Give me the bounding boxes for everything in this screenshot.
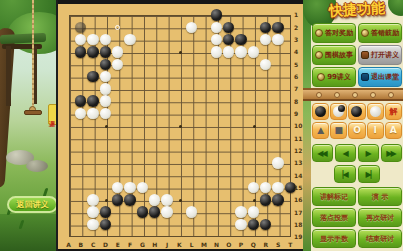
board-point[interactable] bbox=[62, 181, 74, 193]
board-point[interactable] bbox=[75, 194, 87, 206]
board-point[interactable] bbox=[161, 83, 173, 95]
board-point[interactable] bbox=[75, 9, 87, 21]
board-point[interactable] bbox=[272, 83, 284, 95]
board-point[interactable] bbox=[198, 206, 210, 218]
board-point[interactable] bbox=[87, 120, 99, 132]
board-point[interactable] bbox=[136, 132, 148, 144]
board-point[interactable] bbox=[136, 120, 148, 132]
board-point[interactable] bbox=[235, 169, 247, 181]
board-point[interactable] bbox=[124, 9, 136, 21]
board-point[interactable] bbox=[149, 120, 161, 132]
board-point[interactable] bbox=[87, 58, 99, 70]
board-point[interactable] bbox=[247, 169, 259, 181]
board-point[interactable] bbox=[198, 46, 210, 58]
board-point[interactable] bbox=[99, 169, 111, 181]
board-point[interactable] bbox=[87, 21, 99, 33]
board-point[interactable] bbox=[272, 120, 284, 132]
board-point[interactable] bbox=[62, 169, 74, 181]
board-point[interactable] bbox=[75, 70, 87, 82]
board-point[interactable] bbox=[235, 218, 247, 230]
board-point[interactable] bbox=[210, 58, 222, 70]
board-point[interactable] bbox=[124, 218, 136, 230]
board-point[interactable] bbox=[62, 144, 74, 156]
board-point[interactable] bbox=[223, 218, 235, 230]
board-point[interactable] bbox=[198, 58, 210, 70]
board-point[interactable] bbox=[112, 107, 124, 119]
board-point[interactable] bbox=[136, 21, 148, 33]
board-point[interactable] bbox=[99, 70, 111, 82]
board-point[interactable] bbox=[149, 194, 161, 206]
board-point[interactable] bbox=[223, 21, 235, 33]
board-point[interactable] bbox=[247, 181, 259, 193]
board-point[interactable] bbox=[99, 9, 111, 21]
board-point[interactable] bbox=[173, 95, 185, 107]
board-point[interactable] bbox=[235, 33, 247, 45]
return-to-handout-button[interactable]: 返回讲义 bbox=[7, 196, 58, 213]
board-point[interactable] bbox=[62, 58, 74, 70]
board-point[interactable] bbox=[173, 21, 185, 33]
board-point[interactable] bbox=[223, 169, 235, 181]
board-point[interactable] bbox=[186, 218, 198, 230]
board-point[interactable] bbox=[210, 132, 222, 144]
board-point[interactable] bbox=[173, 83, 185, 95]
board-point[interactable] bbox=[161, 33, 173, 45]
board-point[interactable] bbox=[75, 169, 87, 181]
board-point[interactable] bbox=[75, 58, 87, 70]
board-point[interactable] bbox=[173, 157, 185, 169]
board-point[interactable] bbox=[260, 169, 272, 181]
board-point[interactable] bbox=[136, 144, 148, 156]
nav-button[interactable]: ◀ bbox=[335, 144, 356, 162]
答对奖励-button[interactable]: 答对奖励 bbox=[312, 23, 356, 43]
board-point[interactable] bbox=[223, 33, 235, 45]
board-point[interactable] bbox=[173, 58, 185, 70]
board-point[interactable] bbox=[260, 21, 272, 33]
board-point[interactable] bbox=[62, 33, 74, 45]
board-point[interactable] bbox=[149, 181, 161, 193]
board-point[interactable] bbox=[112, 70, 124, 82]
board-point[interactable] bbox=[87, 218, 99, 230]
board-point[interactable] bbox=[124, 157, 136, 169]
board-point[interactable] bbox=[210, 206, 222, 218]
board-point[interactable] bbox=[173, 169, 185, 181]
board-point[interactable] bbox=[75, 46, 87, 58]
board-point[interactable] bbox=[99, 144, 111, 156]
board-point[interactable] bbox=[124, 132, 136, 144]
board-point[interactable] bbox=[124, 144, 136, 156]
board-point[interactable] bbox=[136, 206, 148, 218]
board-point[interactable] bbox=[124, 58, 136, 70]
board-point[interactable] bbox=[62, 194, 74, 206]
board-point[interactable] bbox=[161, 95, 173, 107]
board-point[interactable] bbox=[247, 132, 259, 144]
board-point[interactable] bbox=[149, 70, 161, 82]
board-point[interactable] bbox=[149, 33, 161, 45]
board-point[interactable] bbox=[186, 33, 198, 45]
board-point[interactable] bbox=[87, 46, 99, 58]
board-point[interactable] bbox=[124, 169, 136, 181]
board-point[interactable] bbox=[210, 21, 222, 33]
board-point[interactable] bbox=[87, 132, 99, 144]
board-point[interactable] bbox=[210, 70, 222, 82]
打开讲义-button[interactable]: 打开讲义 bbox=[358, 45, 402, 65]
board-point[interactable] bbox=[161, 132, 173, 144]
board-point[interactable] bbox=[124, 33, 136, 45]
board-point[interactable] bbox=[62, 120, 74, 132]
board-point[interactable] bbox=[136, 157, 148, 169]
board-point[interactable] bbox=[112, 21, 124, 33]
board-point[interactable] bbox=[173, 46, 185, 58]
board-point[interactable] bbox=[272, 9, 284, 21]
board-point[interactable] bbox=[136, 9, 148, 21]
board-point[interactable] bbox=[161, 144, 173, 156]
board-point[interactable] bbox=[75, 132, 87, 144]
board-point[interactable] bbox=[272, 107, 284, 119]
board-point[interactable] bbox=[260, 218, 272, 230]
board-point[interactable] bbox=[87, 70, 99, 82]
board-point[interactable] bbox=[186, 9, 198, 21]
board-point[interactable] bbox=[161, 70, 173, 82]
board-point[interactable] bbox=[235, 194, 247, 206]
board-point[interactable] bbox=[149, 95, 161, 107]
board-point[interactable] bbox=[198, 33, 210, 45]
board-point[interactable] bbox=[223, 206, 235, 218]
退出课堂-button[interactable]: 退出课堂 bbox=[358, 67, 402, 87]
board-point[interactable] bbox=[136, 107, 148, 119]
board-point[interactable] bbox=[198, 181, 210, 193]
board-point[interactable] bbox=[272, 144, 284, 156]
board-point[interactable] bbox=[272, 169, 284, 181]
board-point[interactable] bbox=[260, 9, 272, 21]
board-point[interactable] bbox=[124, 70, 136, 82]
board-point[interactable] bbox=[210, 144, 222, 156]
board-point[interactable] bbox=[136, 33, 148, 45]
board-point[interactable] bbox=[75, 181, 87, 193]
board-point[interactable] bbox=[247, 58, 259, 70]
board-point[interactable] bbox=[272, 58, 284, 70]
board-point[interactable] bbox=[161, 218, 173, 230]
board-point[interactable] bbox=[223, 120, 235, 132]
board-point[interactable] bbox=[186, 120, 198, 132]
board-point[interactable] bbox=[210, 107, 222, 119]
board-point[interactable] bbox=[247, 70, 259, 82]
board-point[interactable] bbox=[247, 144, 259, 156]
board-point[interactable] bbox=[260, 194, 272, 206]
board-point[interactable] bbox=[112, 33, 124, 45]
board-point[interactable] bbox=[247, 206, 259, 218]
board-point[interactable] bbox=[223, 58, 235, 70]
board-point[interactable] bbox=[75, 157, 87, 169]
board-point[interactable] bbox=[235, 120, 247, 132]
board-point[interactable] bbox=[112, 95, 124, 107]
board-point[interactable] bbox=[161, 9, 173, 21]
board-point[interactable] bbox=[112, 206, 124, 218]
board-point[interactable] bbox=[149, 58, 161, 70]
board-point[interactable] bbox=[235, 157, 247, 169]
board-point[interactable] bbox=[124, 120, 136, 132]
board-point[interactable] bbox=[235, 46, 247, 58]
board-point[interactable] bbox=[62, 83, 74, 95]
board-point[interactable] bbox=[112, 218, 124, 230]
board-point[interactable] bbox=[186, 107, 198, 119]
board-point[interactable] bbox=[75, 218, 87, 230]
board-point[interactable] bbox=[186, 144, 198, 156]
board-point[interactable] bbox=[161, 157, 173, 169]
nav-button[interactable]: ▶ bbox=[358, 144, 379, 162]
board-point[interactable] bbox=[112, 144, 124, 156]
board-point[interactable] bbox=[112, 132, 124, 144]
board-point[interactable] bbox=[260, 83, 272, 95]
board-point[interactable] bbox=[173, 144, 185, 156]
board-point[interactable] bbox=[260, 206, 272, 218]
落点投票-button[interactable]: 落点投票 bbox=[312, 208, 356, 227]
board-point[interactable] bbox=[136, 181, 148, 193]
board-point[interactable] bbox=[198, 157, 210, 169]
board-point[interactable] bbox=[272, 33, 284, 45]
board-point[interactable] bbox=[75, 21, 87, 33]
answer-button[interactable]: 解 bbox=[385, 103, 402, 120]
board-point[interactable] bbox=[247, 33, 259, 45]
board-point[interactable] bbox=[186, 21, 198, 33]
board-point[interactable] bbox=[112, 120, 124, 132]
board-point[interactable] bbox=[136, 83, 148, 95]
board-point[interactable] bbox=[210, 33, 222, 45]
board-point[interactable] bbox=[247, 21, 259, 33]
board-point[interactable] bbox=[149, 218, 161, 230]
board-point[interactable] bbox=[223, 70, 235, 82]
board-point[interactable] bbox=[198, 218, 210, 230]
board-point[interactable] bbox=[124, 194, 136, 206]
board-point[interactable] bbox=[210, 83, 222, 95]
board-point[interactable] bbox=[99, 206, 111, 218]
board-point[interactable] bbox=[99, 95, 111, 107]
board-point[interactable] bbox=[173, 9, 185, 21]
board-point[interactable] bbox=[112, 181, 124, 193]
board-point[interactable] bbox=[149, 9, 161, 21]
board-point[interactable] bbox=[235, 181, 247, 193]
board-point[interactable] bbox=[235, 70, 247, 82]
board-point[interactable] bbox=[247, 218, 259, 230]
board-point[interactable] bbox=[136, 169, 148, 181]
board-point[interactable] bbox=[210, 46, 222, 58]
board-point[interactable] bbox=[99, 194, 111, 206]
board-point[interactable] bbox=[87, 33, 99, 45]
99讲义-button[interactable]: 99讲义 bbox=[312, 67, 356, 87]
board-point[interactable] bbox=[62, 107, 74, 119]
board-point[interactable] bbox=[223, 83, 235, 95]
board-point[interactable] bbox=[87, 95, 99, 107]
board-point[interactable] bbox=[149, 132, 161, 144]
board-point[interactable] bbox=[136, 70, 148, 82]
board-point[interactable] bbox=[124, 206, 136, 218]
board-point[interactable] bbox=[247, 107, 259, 119]
board-point[interactable] bbox=[272, 70, 284, 82]
board-point[interactable] bbox=[260, 46, 272, 58]
board-point[interactable] bbox=[149, 157, 161, 169]
board-point[interactable] bbox=[210, 194, 222, 206]
board-point[interactable] bbox=[124, 46, 136, 58]
board-point[interactable] bbox=[87, 194, 99, 206]
board-point[interactable] bbox=[247, 95, 259, 107]
board-point[interactable] bbox=[186, 181, 198, 193]
board-point[interactable] bbox=[62, 157, 74, 169]
board-point[interactable] bbox=[161, 107, 173, 119]
board-point[interactable] bbox=[247, 120, 259, 132]
board-point[interactable] bbox=[75, 95, 87, 107]
board-point[interactable] bbox=[186, 70, 198, 82]
board-point[interactable] bbox=[149, 21, 161, 33]
board-point[interactable] bbox=[235, 21, 247, 33]
black-stone-button[interactable] bbox=[312, 103, 329, 120]
board-point[interactable] bbox=[99, 58, 111, 70]
board-point[interactable] bbox=[62, 206, 74, 218]
结束研讨-button[interactable]: 结束研讨 bbox=[358, 229, 402, 248]
board-point[interactable] bbox=[124, 181, 136, 193]
board-point[interactable] bbox=[198, 120, 210, 132]
board-point[interactable] bbox=[62, 46, 74, 58]
board-point[interactable] bbox=[198, 70, 210, 82]
board-point[interactable] bbox=[173, 107, 185, 119]
board-point[interactable] bbox=[124, 83, 136, 95]
board-point[interactable] bbox=[272, 206, 284, 218]
board-point[interactable] bbox=[272, 95, 284, 107]
board-point[interactable] bbox=[149, 83, 161, 95]
board-point[interactable] bbox=[161, 206, 173, 218]
board-point[interactable] bbox=[161, 120, 173, 132]
board-point[interactable] bbox=[198, 95, 210, 107]
board-point[interactable] bbox=[136, 218, 148, 230]
board-point[interactable] bbox=[149, 169, 161, 181]
board-point[interactable] bbox=[124, 107, 136, 119]
board-point[interactable] bbox=[186, 46, 198, 58]
board-point[interactable] bbox=[99, 157, 111, 169]
board-point[interactable] bbox=[260, 33, 272, 45]
black-stone-button[interactable] bbox=[348, 103, 365, 120]
board-point[interactable] bbox=[75, 107, 87, 119]
board-point[interactable] bbox=[99, 132, 111, 144]
board-point[interactable] bbox=[235, 95, 247, 107]
board-point[interactable] bbox=[223, 194, 235, 206]
board-point[interactable] bbox=[173, 206, 185, 218]
board-point[interactable] bbox=[198, 107, 210, 119]
board-point[interactable] bbox=[186, 206, 198, 218]
white-stone-button[interactable] bbox=[367, 103, 384, 120]
board-point[interactable] bbox=[149, 46, 161, 58]
board-point[interactable] bbox=[247, 83, 259, 95]
marker-A-button[interactable]: A bbox=[385, 122, 402, 139]
board-point[interactable] bbox=[198, 83, 210, 95]
board-point[interactable] bbox=[260, 58, 272, 70]
board-point[interactable] bbox=[161, 169, 173, 181]
board-point[interactable] bbox=[173, 120, 185, 132]
board-point[interactable] bbox=[210, 95, 222, 107]
board-point[interactable] bbox=[260, 181, 272, 193]
board-point[interactable] bbox=[186, 157, 198, 169]
board-point[interactable] bbox=[87, 157, 99, 169]
board-point[interactable] bbox=[87, 107, 99, 119]
board-point[interactable] bbox=[186, 95, 198, 107]
board-point[interactable] bbox=[136, 194, 148, 206]
board-point[interactable] bbox=[235, 107, 247, 119]
board-point[interactable] bbox=[136, 95, 148, 107]
board-point[interactable] bbox=[87, 181, 99, 193]
board-point[interactable] bbox=[198, 21, 210, 33]
board-point[interactable] bbox=[136, 58, 148, 70]
board-point[interactable] bbox=[198, 169, 210, 181]
board-point[interactable] bbox=[62, 132, 74, 144]
marker-O-button[interactable]: O bbox=[348, 122, 365, 139]
board-point[interactable] bbox=[87, 169, 99, 181]
board-point[interactable] bbox=[223, 107, 235, 119]
board-point[interactable] bbox=[173, 132, 185, 144]
board-point[interactable] bbox=[186, 169, 198, 181]
board-point[interactable] bbox=[173, 218, 185, 230]
board-point[interactable] bbox=[272, 194, 284, 206]
board-point[interactable] bbox=[272, 21, 284, 33]
board-point[interactable] bbox=[62, 70, 74, 82]
board-point[interactable] bbox=[87, 144, 99, 156]
board-point[interactable] bbox=[260, 144, 272, 156]
board-point[interactable] bbox=[210, 169, 222, 181]
board-point[interactable] bbox=[149, 107, 161, 119]
board-point[interactable] bbox=[99, 107, 111, 119]
演示-button[interactable]: 演 示 bbox=[358, 187, 402, 206]
board-point[interactable] bbox=[161, 194, 173, 206]
board-point[interactable] bbox=[272, 218, 284, 230]
再次研讨-button[interactable]: 再次研讨 bbox=[358, 208, 402, 227]
board-point[interactable] bbox=[210, 120, 222, 132]
board-point[interactable] bbox=[247, 9, 259, 21]
nav-button[interactable]: |◀ bbox=[334, 165, 356, 183]
board-point[interactable] bbox=[112, 46, 124, 58]
board-point[interactable] bbox=[62, 9, 74, 21]
board-point[interactable] bbox=[223, 46, 235, 58]
board-point[interactable] bbox=[210, 157, 222, 169]
nav-button[interactable]: ◀◀ bbox=[312, 144, 333, 162]
board-point[interactable] bbox=[260, 157, 272, 169]
board-point[interactable] bbox=[99, 218, 111, 230]
board-point[interactable] bbox=[223, 95, 235, 107]
board-point[interactable] bbox=[260, 132, 272, 144]
board-point[interactable] bbox=[62, 95, 74, 107]
nav-button[interactable]: ▶▶ bbox=[381, 144, 402, 162]
board-point[interactable] bbox=[99, 120, 111, 132]
board-point[interactable] bbox=[235, 83, 247, 95]
board-point[interactable] bbox=[223, 157, 235, 169]
board-point[interactable] bbox=[198, 144, 210, 156]
board-point[interactable] bbox=[272, 46, 284, 58]
board-point[interactable] bbox=[112, 58, 124, 70]
board-point[interactable] bbox=[75, 83, 87, 95]
board-point[interactable] bbox=[173, 70, 185, 82]
board-point[interactable] bbox=[87, 9, 99, 21]
board-point[interactable] bbox=[173, 181, 185, 193]
board-point[interactable] bbox=[235, 206, 247, 218]
board-point[interactable] bbox=[210, 218, 222, 230]
board-point[interactable] bbox=[99, 83, 111, 95]
board-point[interactable] bbox=[235, 144, 247, 156]
board-point[interactable] bbox=[235, 9, 247, 21]
board-point[interactable] bbox=[87, 206, 99, 218]
board-point[interactable] bbox=[112, 169, 124, 181]
board-point[interactable] bbox=[99, 21, 111, 33]
board-point[interactable] bbox=[75, 144, 87, 156]
board-point[interactable] bbox=[149, 206, 161, 218]
nav-button[interactable]: ▶| bbox=[358, 165, 380, 183]
board-point[interactable] bbox=[223, 144, 235, 156]
board-point[interactable] bbox=[210, 181, 222, 193]
围棋故事-button[interactable]: 围棋故事 bbox=[312, 45, 356, 65]
